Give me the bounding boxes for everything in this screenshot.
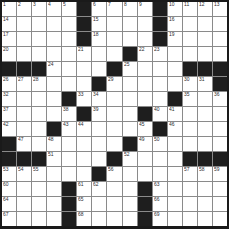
cell-r12c10[interactable] <box>138 167 152 181</box>
cell-r1c3[interactable]: 3 <box>32 2 46 16</box>
cell-r2c13[interactable] <box>183 17 197 31</box>
clue-number-61: 61 <box>78 182 84 187</box>
clue-number-30: 30 <box>184 77 190 82</box>
cell-r10c11[interactable]: 50 <box>153 137 167 151</box>
black-cell-r4c9 <box>123 47 137 61</box>
clue-number-33: 33 <box>78 92 84 97</box>
black-cell-r15c10 <box>138 212 152 226</box>
cell-r9c7[interactable] <box>92 122 106 136</box>
black-cell-r3c6 <box>77 32 91 46</box>
cell-r11c6[interactable] <box>77 152 91 166</box>
clue-number-48: 48 <box>48 137 54 142</box>
black-cell-r5c1 <box>2 62 16 76</box>
black-cell-r5c13 <box>183 62 197 76</box>
clue-number-2: 2 <box>18 2 21 7</box>
cell-r15c14[interactable] <box>198 212 212 226</box>
clue-number-3: 3 <box>33 2 36 7</box>
black-cell-r11c14 <box>198 152 212 166</box>
cell-r10c8[interactable] <box>107 137 121 151</box>
clue-number-67: 67 <box>3 212 9 217</box>
cell-r15c12[interactable] <box>168 212 182 226</box>
clue-number-65: 65 <box>78 197 84 202</box>
cell-r13c14[interactable] <box>198 182 212 196</box>
cell-r8c14[interactable] <box>198 107 212 121</box>
cell-r8c12[interactable]: 41 <box>168 107 182 121</box>
cell-r13c7[interactable]: 62 <box>92 182 106 196</box>
black-cell-r6c15 <box>213 77 227 91</box>
cell-r12c4[interactable] <box>47 167 61 181</box>
cell-r10c13[interactable] <box>183 137 197 151</box>
cell-r10c6[interactable] <box>77 137 91 151</box>
cell-r14c7[interactable] <box>92 197 106 211</box>
cell-r14c6[interactable]: 65 <box>77 197 91 211</box>
clue-number-34: 34 <box>93 92 99 97</box>
cell-r2c14[interactable] <box>198 17 212 31</box>
cell-r11c4[interactable]: 51 <box>47 152 61 166</box>
cell-r9c15[interactable] <box>213 122 227 136</box>
cell-r14c2[interactable] <box>17 197 31 211</box>
cell-r7c15[interactable]: 36 <box>213 92 227 106</box>
cell-r6c10[interactable] <box>138 77 152 91</box>
cell-r9c5[interactable]: 43 <box>62 122 76 136</box>
cell-r5c12[interactable] <box>168 62 182 76</box>
cell-r7c8[interactable] <box>107 92 121 106</box>
cell-r3c13[interactable] <box>183 32 197 46</box>
black-cell-r5c15 <box>213 62 227 76</box>
cell-r8c9[interactable] <box>123 107 137 121</box>
cell-r12c6[interactable] <box>77 167 91 181</box>
clue-number-38: 38 <box>63 107 69 112</box>
cell-r8c7[interactable]: 39 <box>92 107 106 121</box>
clue-number-25: 25 <box>124 62 130 67</box>
clue-number-27: 27 <box>18 77 24 82</box>
cell-r15c1[interactable]: 67 <box>2 212 16 226</box>
cell-r14c15[interactable] <box>213 197 227 211</box>
clue-number-4: 4 <box>48 2 51 7</box>
clue-number-35: 35 <box>184 92 190 97</box>
black-cell-r11c15 <box>213 152 227 166</box>
cell-r2c12[interactable]: 16 <box>168 17 182 31</box>
cell-r4c3[interactable] <box>32 47 46 61</box>
cell-r11c10[interactable] <box>138 152 152 166</box>
cell-r12c8[interactable]: 56 <box>107 167 121 181</box>
cell-r12c11[interactable] <box>153 167 167 181</box>
cell-r4c1[interactable]: 20 <box>2 47 16 61</box>
cell-r7c7[interactable]: 34 <box>92 92 106 106</box>
black-cell-r5c3 <box>32 62 46 76</box>
black-cell-r7c12 <box>168 92 182 106</box>
clue-number-60: 60 <box>3 182 9 187</box>
cell-r9c6[interactable]: 44 <box>77 122 91 136</box>
cell-r13c6[interactable]: 61 <box>77 182 91 196</box>
cell-r9c1[interactable]: 42 <box>2 122 16 136</box>
cell-r14c4[interactable] <box>47 197 61 211</box>
cell-r2c9[interactable] <box>123 17 137 31</box>
cell-r5c6[interactable] <box>77 62 91 76</box>
cell-r15c8[interactable] <box>107 212 121 226</box>
cell-r10c5[interactable] <box>62 137 76 151</box>
cell-r6c5[interactable] <box>62 77 76 91</box>
clue-number-22: 22 <box>139 47 145 52</box>
cell-r8c11[interactable]: 40 <box>153 107 167 121</box>
cell-r6c11[interactable] <box>153 77 167 91</box>
cell-r5c9[interactable]: 25 <box>123 62 137 76</box>
cell-r3c4[interactable] <box>47 32 61 46</box>
cell-r10c14[interactable] <box>198 137 212 151</box>
cell-r9c14[interactable] <box>198 122 212 136</box>
cell-r4c13[interactable] <box>183 47 197 61</box>
black-cell-r1c11 <box>153 2 167 16</box>
cell-r7c3[interactable] <box>32 92 46 106</box>
cell-r6c8[interactable]: 29 <box>107 77 121 91</box>
cell-r12c5[interactable] <box>62 167 76 181</box>
black-cell-r5c14 <box>198 62 212 76</box>
cell-r2c5[interactable] <box>62 17 76 31</box>
cell-r2c15[interactable] <box>213 17 227 31</box>
cell-r12c12[interactable] <box>168 167 182 181</box>
cell-r3c7[interactable]: 18 <box>92 32 106 46</box>
cell-r8c4[interactable] <box>47 107 61 121</box>
cell-r10c10[interactable]: 49 <box>138 137 152 151</box>
cell-r1c8[interactable]: 7 <box>107 2 121 16</box>
cell-r8c1[interactable]: 37 <box>2 107 16 121</box>
cell-r15c11[interactable]: 69 <box>153 212 167 226</box>
cell-r9c8[interactable] <box>107 122 121 136</box>
clue-number-19: 19 <box>169 32 175 37</box>
cell-r8c15[interactable] <box>213 107 227 121</box>
cell-r11c12[interactable] <box>168 152 182 166</box>
cell-r15c13[interactable] <box>183 212 197 226</box>
cell-r6c14[interactable]: 31 <box>198 77 212 91</box>
clue-number-11: 11 <box>184 2 189 7</box>
clue-number-23: 23 <box>154 47 160 52</box>
cell-r1c7[interactable]: 6 <box>92 2 106 16</box>
cell-r6c3[interactable]: 28 <box>32 77 46 91</box>
black-cell-r8c6 <box>77 107 91 121</box>
black-cell-r12c7 <box>92 167 106 181</box>
cell-r15c3[interactable] <box>32 212 46 226</box>
clue-number-62: 62 <box>93 182 99 187</box>
clue-number-37: 37 <box>3 107 9 112</box>
cell-r2c2[interactable] <box>17 17 31 31</box>
clue-number-31: 31 <box>199 77 205 82</box>
cell-r15c7[interactable] <box>92 212 106 226</box>
cell-r8c5[interactable]: 38 <box>62 107 76 121</box>
cell-r10c3[interactable] <box>32 137 46 151</box>
cell-r1c13[interactable]: 11 <box>183 2 197 16</box>
cell-r9c3[interactable] <box>32 122 46 136</box>
cell-r7c10[interactable] <box>138 92 152 106</box>
cell-r4c10[interactable]: 22 <box>138 47 152 61</box>
cell-r3c14[interactable] <box>198 32 212 46</box>
clue-number-24: 24 <box>48 62 54 67</box>
cell-r6c9[interactable] <box>123 77 137 91</box>
cell-r12c1[interactable]: 53 <box>2 167 16 181</box>
cell-r7c11[interactable] <box>153 92 167 106</box>
cell-r14c14[interactable] <box>198 197 212 211</box>
cell-r3c5[interactable] <box>62 32 76 46</box>
cell-r3c1[interactable]: 17 <box>2 32 16 46</box>
clue-number-44: 44 <box>78 122 84 127</box>
black-cell-r9c11 <box>153 122 167 136</box>
cell-r8c13[interactable] <box>183 107 197 121</box>
cell-r3c9[interactable] <box>123 32 137 46</box>
cell-r14c3[interactable] <box>32 197 46 211</box>
cell-r11c7[interactable] <box>92 152 106 166</box>
black-cell-r6c7 <box>92 77 106 91</box>
clue-number-40: 40 <box>154 107 160 112</box>
cell-r8c8[interactable] <box>107 107 121 121</box>
clue-number-56: 56 <box>108 167 114 172</box>
cell-r6c2[interactable]: 27 <box>17 77 31 91</box>
clue-number-6: 6 <box>93 2 96 7</box>
cell-r6c6[interactable] <box>77 77 91 91</box>
clue-number-28: 28 <box>33 77 39 82</box>
cell-r1c4[interactable]: 4 <box>47 2 61 16</box>
black-cell-r2c11 <box>153 17 167 31</box>
cell-r13c3[interactable] <box>32 182 46 196</box>
cell-r1c15[interactable]: 13 <box>213 2 227 16</box>
cell-r2c4[interactable] <box>47 17 61 31</box>
cell-r1c9[interactable]: 8 <box>123 2 137 16</box>
cell-r4c15[interactable] <box>213 47 227 61</box>
black-cell-r5c2 <box>17 62 31 76</box>
black-cell-r2c6 <box>77 17 91 31</box>
cell-r13c4[interactable] <box>47 182 61 196</box>
clue-number-1: 1 <box>3 2 6 7</box>
clue-number-14: 14 <box>3 17 9 22</box>
cell-r2c7[interactable]: 15 <box>92 17 106 31</box>
cell-r12c13[interactable]: 57 <box>183 167 197 181</box>
black-cell-r11c2 <box>17 152 31 166</box>
cell-r15c15[interactable] <box>213 212 227 226</box>
cell-r14c9[interactable] <box>123 197 137 211</box>
clue-number-13: 13 <box>214 2 220 7</box>
clue-number-46: 46 <box>169 122 175 127</box>
clue-number-49: 49 <box>139 137 145 142</box>
clue-number-15: 15 <box>93 17 99 22</box>
black-cell-r11c13 <box>183 152 197 166</box>
black-cell-r13c5 <box>62 182 76 196</box>
cell-r11c11[interactable] <box>153 152 167 166</box>
cell-r6c4[interactable] <box>47 77 61 91</box>
black-cell-r13c10 <box>138 182 152 196</box>
cell-r14c13[interactable] <box>183 197 197 211</box>
clue-number-20: 20 <box>3 47 9 52</box>
clue-number-57: 57 <box>184 167 190 172</box>
black-cell-r14c10 <box>138 197 152 211</box>
clue-number-7: 7 <box>108 2 111 7</box>
cell-r7c1[interactable]: 32 <box>2 92 16 106</box>
clue-number-68: 68 <box>78 212 84 217</box>
clue-number-8: 8 <box>124 2 127 7</box>
clue-number-29: 29 <box>108 77 114 82</box>
black-cell-r9c4 <box>47 122 61 136</box>
black-cell-r11c8 <box>107 152 121 166</box>
cell-r15c4[interactable] <box>47 212 61 226</box>
cell-r10c15[interactable] <box>213 137 227 151</box>
cell-r7c14[interactable] <box>198 92 212 106</box>
cell-r14c1[interactable]: 64 <box>2 197 16 211</box>
clue-number-64: 64 <box>3 197 9 202</box>
cell-r13c1[interactable]: 60 <box>2 182 16 196</box>
cell-r8c3[interactable] <box>32 107 46 121</box>
cell-r6c13[interactable]: 30 <box>183 77 197 91</box>
crossword-grid: 1234567891011121314151617181920212223242… <box>0 0 229 229</box>
cell-r3c10[interactable] <box>138 32 152 46</box>
clue-number-5: 5 <box>63 2 66 7</box>
cell-r13c13[interactable] <box>183 182 197 196</box>
clue-number-66: 66 <box>154 197 160 202</box>
clue-number-51: 51 <box>48 152 54 157</box>
cell-r1c12[interactable]: 10 <box>168 2 182 16</box>
clue-number-54: 54 <box>18 167 24 172</box>
black-cell-r15c5 <box>62 212 76 226</box>
cell-r15c6[interactable]: 68 <box>77 212 91 226</box>
cell-r5c11[interactable] <box>153 62 167 76</box>
cell-r1c10[interactable]: 9 <box>138 2 152 16</box>
cell-r1c5[interactable]: 5 <box>62 2 76 16</box>
cell-r11c5[interactable] <box>62 152 76 166</box>
cell-r3c12[interactable]: 19 <box>168 32 182 46</box>
cell-r3c3[interactable] <box>32 32 46 46</box>
black-cell-r1c6 <box>77 2 91 16</box>
cell-r12c14[interactable]: 58 <box>198 167 212 181</box>
cell-r13c2[interactable] <box>17 182 31 196</box>
cell-r9c2[interactable] <box>17 122 31 136</box>
cell-r6c1[interactable]: 26 <box>2 77 16 91</box>
cell-r8c2[interactable] <box>17 107 31 121</box>
clue-number-12: 12 <box>199 2 205 7</box>
cell-r7c13[interactable]: 35 <box>183 92 197 106</box>
clue-number-21: 21 <box>78 47 84 52</box>
clue-number-42: 42 <box>3 122 9 127</box>
cell-r10c2[interactable]: 47 <box>17 137 31 151</box>
cell-r11c9[interactable]: 52 <box>123 152 137 166</box>
cell-r9c13[interactable] <box>183 122 197 136</box>
cell-r12c2[interactable]: 54 <box>17 167 31 181</box>
cell-r9c9[interactable] <box>123 122 137 136</box>
black-cell-r11c1 <box>2 152 16 166</box>
cell-r4c6[interactable]: 21 <box>77 47 91 61</box>
black-cell-r8c10 <box>138 107 152 121</box>
cell-r4c5[interactable] <box>62 47 76 61</box>
cell-r14c11[interactable]: 66 <box>153 197 167 211</box>
cell-r6c12[interactable] <box>168 77 182 91</box>
clue-number-26: 26 <box>3 77 9 82</box>
cell-r7c9[interactable] <box>123 92 137 106</box>
black-cell-r10c1 <box>2 137 16 151</box>
cell-r15c9[interactable] <box>123 212 137 226</box>
cell-r4c7[interactable] <box>92 47 106 61</box>
clue-number-59: 59 <box>214 167 220 172</box>
black-cell-r14c5 <box>62 197 76 211</box>
clue-number-41: 41 <box>169 107 175 112</box>
clue-number-69: 69 <box>154 212 160 217</box>
cell-r4c14[interactable] <box>198 47 212 61</box>
clue-number-55: 55 <box>33 167 39 172</box>
cell-r3c8[interactable] <box>107 32 121 46</box>
cell-r1c2[interactable]: 2 <box>17 2 31 16</box>
cell-r9c12[interactable]: 46 <box>168 122 182 136</box>
clue-number-39: 39 <box>93 107 99 112</box>
cell-r12c3[interactable]: 55 <box>32 167 46 181</box>
cell-r3c15[interactable] <box>213 32 227 46</box>
clue-number-43: 43 <box>63 122 69 127</box>
clue-number-58: 58 <box>199 167 205 172</box>
cell-r5c4[interactable]: 24 <box>47 62 61 76</box>
clue-number-9: 9 <box>139 2 142 7</box>
cell-r14c12[interactable] <box>168 197 182 211</box>
cell-r13c12[interactable] <box>168 182 182 196</box>
cell-r1c14[interactable]: 12 <box>198 2 212 16</box>
black-cell-r10c9 <box>123 137 137 151</box>
cell-r7c6[interactable]: 33 <box>77 92 91 106</box>
clue-number-16: 16 <box>169 17 175 22</box>
clue-number-63: 63 <box>154 182 160 187</box>
clue-number-36: 36 <box>214 92 220 97</box>
clue-number-50: 50 <box>154 137 160 142</box>
cell-r4c11[interactable]: 23 <box>153 47 167 61</box>
cell-r13c11[interactable]: 63 <box>153 182 167 196</box>
cell-r13c8[interactable] <box>107 182 121 196</box>
black-cell-r3c11 <box>153 32 167 46</box>
cell-r5c7[interactable] <box>92 62 106 76</box>
cell-r2c10[interactable] <box>138 17 152 31</box>
cell-r5c5[interactable] <box>62 62 76 76</box>
cell-r2c3[interactable] <box>32 17 46 31</box>
black-cell-r11c3 <box>32 152 46 166</box>
cell-r9c10[interactable]: 45 <box>138 122 152 136</box>
cell-r13c9[interactable] <box>123 182 137 196</box>
cell-r7c4[interactable] <box>47 92 61 106</box>
cell-r10c7[interactable] <box>92 137 106 151</box>
clue-number-10: 10 <box>169 2 175 7</box>
clue-number-53: 53 <box>3 167 9 172</box>
clue-number-17: 17 <box>3 32 9 37</box>
black-cell-r5c8 <box>107 62 121 76</box>
black-cell-r7c5 <box>62 92 76 106</box>
cell-r2c8[interactable] <box>107 17 121 31</box>
clue-number-18: 18 <box>93 32 99 37</box>
cell-r13c15[interactable] <box>213 182 227 196</box>
cell-r15c2[interactable] <box>17 212 31 226</box>
cell-r10c4[interactable]: 48 <box>47 137 61 151</box>
cell-r5c10[interactable] <box>138 62 152 76</box>
cell-r12c9[interactable] <box>123 167 137 181</box>
clue-number-52: 52 <box>124 152 130 157</box>
clue-number-32: 32 <box>3 92 9 97</box>
clue-number-47: 47 <box>18 137 24 142</box>
clue-number-45: 45 <box>139 122 145 127</box>
cell-r10c12[interactable] <box>168 137 182 151</box>
cell-r2c1[interactable]: 14 <box>2 17 16 31</box>
cell-r4c12[interactable] <box>168 47 182 61</box>
cell-r7c2[interactable] <box>17 92 31 106</box>
cell-r4c2[interactable] <box>17 47 31 61</box>
cell-r12c15[interactable]: 59 <box>213 167 227 181</box>
cell-r14c8[interactable] <box>107 197 121 211</box>
cell-r4c8[interactable] <box>107 47 121 61</box>
cell-r4c4[interactable] <box>47 47 61 61</box>
cell-r1c1[interactable]: 1 <box>2 2 16 16</box>
cell-r3c2[interactable] <box>17 32 31 46</box>
